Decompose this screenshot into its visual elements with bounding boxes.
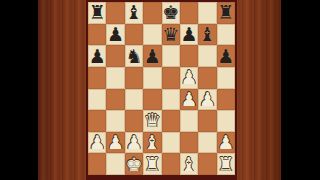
white-bishop: ♝	[181, 154, 198, 173]
square-e5	[162, 67, 180, 89]
square-f2	[180, 132, 198, 154]
square-c5	[125, 67, 143, 89]
square-g8	[198, 2, 216, 24]
square-e3	[162, 110, 180, 132]
white-pawn: ♟	[107, 133, 124, 152]
square-b7: ♟	[106, 24, 124, 46]
square-h5	[217, 67, 235, 89]
square-b6	[106, 45, 124, 67]
white-king: ♚	[125, 154, 142, 173]
black-bishop: ♝	[199, 24, 216, 43]
square-b2: ♟	[106, 132, 124, 154]
square-g5	[198, 67, 216, 89]
square-f4: ♟	[180, 89, 198, 111]
white-rook: ♜	[217, 154, 234, 173]
square-d3: ♛	[143, 110, 161, 132]
square-a6: ♟	[88, 45, 106, 67]
square-d5	[143, 67, 161, 89]
square-b1	[106, 153, 124, 175]
white-pawn: ♟	[125, 133, 142, 152]
square-a7	[88, 24, 106, 46]
black-rook: ♜	[217, 3, 234, 22]
black-pawn: ♟	[107, 24, 124, 43]
square-b8	[106, 2, 124, 24]
chess-board-frame: ♜♝♚♜♟♛♟♝♟♞♟♟♟♟♟♛♟♟♟♝♟♚♜♝♜	[86, 0, 237, 180]
square-g1	[198, 153, 216, 175]
square-c4	[125, 89, 143, 111]
square-c7	[125, 24, 143, 46]
black-pawn: ♟	[89, 46, 106, 65]
square-e7: ♛	[162, 24, 180, 46]
square-d4	[143, 89, 161, 111]
square-c3	[125, 110, 143, 132]
square-f8	[180, 2, 198, 24]
square-b4	[106, 89, 124, 111]
square-a2: ♟	[88, 132, 106, 154]
white-bishop: ♝	[144, 133, 161, 152]
square-h2: ♟	[217, 132, 235, 154]
square-e6	[162, 45, 180, 67]
square-g3	[198, 110, 216, 132]
square-a8: ♜	[88, 2, 106, 24]
black-pawn: ♟	[181, 24, 198, 43]
square-a4	[88, 89, 106, 111]
square-a1	[88, 153, 106, 175]
black-rook: ♜	[89, 3, 106, 22]
video-frame: ♜♝♚♜♟♛♟♝♟♞♟♟♟♟♟♛♟♟♟♝♟♚♜♝♜	[0, 0, 320, 180]
square-h6: ♟	[217, 45, 235, 67]
square-f3	[180, 110, 198, 132]
black-king: ♚	[162, 3, 179, 22]
white-rook: ♜	[144, 154, 161, 173]
black-knight: ♞	[125, 46, 142, 65]
square-e2	[162, 132, 180, 154]
square-e8: ♚	[162, 2, 180, 24]
square-g2	[198, 132, 216, 154]
square-g6	[198, 45, 216, 67]
square-e1	[162, 153, 180, 175]
square-h3	[217, 110, 235, 132]
white-pawn: ♟	[217, 133, 234, 152]
square-d7	[143, 24, 161, 46]
square-g7: ♝	[198, 24, 216, 46]
square-c2: ♟	[125, 132, 143, 154]
white-pawn: ♟	[181, 68, 198, 87]
square-c1: ♚	[125, 153, 143, 175]
square-g4: ♟	[198, 89, 216, 111]
square-f7: ♟	[180, 24, 198, 46]
square-f1: ♝	[180, 153, 198, 175]
square-h7	[217, 24, 235, 46]
square-c8: ♝	[125, 2, 143, 24]
white-pawn: ♟	[89, 133, 106, 152]
square-d6: ♟	[143, 45, 161, 67]
square-f6	[180, 45, 198, 67]
black-bishop: ♝	[125, 3, 142, 22]
square-h1: ♜	[217, 153, 235, 175]
square-e4	[162, 89, 180, 111]
square-h8: ♜	[217, 2, 235, 24]
square-b3	[106, 110, 124, 132]
white-queen: ♛	[144, 111, 161, 130]
square-d1: ♜	[143, 153, 161, 175]
square-a3	[88, 110, 106, 132]
square-c6: ♞	[125, 45, 143, 67]
letterbox-bar-right	[281, 0, 320, 180]
black-queen: ♛	[162, 24, 179, 43]
square-h4	[217, 89, 235, 111]
square-b5	[106, 67, 124, 89]
white-pawn: ♟	[181, 89, 198, 108]
square-f5: ♟	[180, 67, 198, 89]
white-pawn: ♟	[199, 89, 216, 108]
black-pawn: ♟	[217, 46, 234, 65]
black-pawn: ♟	[144, 46, 161, 65]
square-d2: ♝	[143, 132, 161, 154]
chess-board: ♜♝♚♜♟♛♟♝♟♞♟♟♟♟♟♛♟♟♟♝♟♚♜♝♜	[88, 2, 235, 175]
square-d8	[143, 2, 161, 24]
square-a5	[88, 67, 106, 89]
letterbox-bar-left	[0, 0, 38, 180]
